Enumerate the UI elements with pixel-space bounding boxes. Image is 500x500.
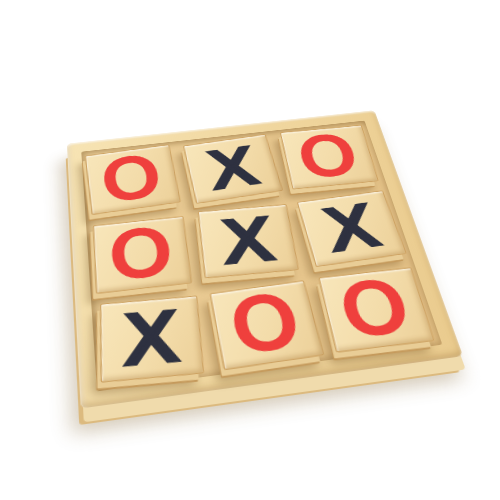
mark-cross: X [203,141,261,196]
cell-r3c1: X [97,290,210,385]
mark-cross: X [319,198,385,259]
cell-r2c2: X [193,201,302,282]
tile-r1c2-cross[interactable]: X [183,134,283,204]
mark-nought: O [99,149,165,211]
mark-cross: X [219,210,276,271]
board-grid: OXOOXXXOO [81,121,442,392]
mark-cross: X [123,303,180,374]
cell-r2c3: X [294,189,407,268]
cell-r1c2: X [182,134,283,205]
cell-r1c1: O [86,145,184,218]
tile-r3c1-cross[interactable]: X [100,295,204,382]
tile-r2c3-cross[interactable]: X [297,190,407,267]
product-photo: OXOOXXXOO [67,110,463,408]
mark-nought: O [108,220,175,289]
tile-r1c1-nought[interactable]: O [85,145,181,216]
tile-r3c2-nought[interactable]: O [209,280,323,370]
mark-nought: O [294,128,363,185]
cell-r2c1: O [91,213,196,296]
tile-r1c3-nought[interactable]: O [280,125,379,190]
tile-r3c3-nought[interactable]: O [319,267,435,352]
tic-tac-toe-board: OXOOXXXOO [67,110,463,408]
mark-nought: O [335,271,417,347]
cell-r1c3: O [277,124,382,194]
tile-r2c2-cross[interactable]: X [197,204,298,278]
cell-r3c2: O [206,277,324,370]
tile-r2c1-nought[interactable]: O [93,216,192,294]
mark-nought: O [226,285,306,364]
cell-r3c3: O [313,264,435,355]
